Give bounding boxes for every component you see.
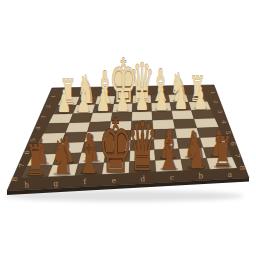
rank-label-right-8: 8 — [238, 166, 247, 171]
chessboard: hgfedcba1122334455667788♜♞♝♛♚♝♞♜♟♟♟♟♟♟♟♟… — [0, 0, 256, 256]
piece-black-knight-g8: ♞ — [51, 129, 74, 185]
piece-white-pawn-a2: ♟ — [193, 80, 207, 116]
piece-black-knight-b8: ♞ — [185, 123, 208, 179]
piece-white-pawn-h2: ♟ — [57, 83, 71, 119]
rank-label-right-7: 7 — [233, 153, 241, 157]
rank-label-left-7: 7 — [18, 163, 26, 167]
rank-label-left-3: 3 — [40, 115, 46, 119]
rank-label-right-1: 1 — [210, 91, 215, 94]
piece-white-pawn-b2: ♟ — [174, 80, 188, 116]
rank-label-right-3: 3 — [217, 110, 223, 114]
product-photo: hgfedcba1122334455667788♜♞♝♛♚♝♞♜♟♟♟♟♟♟♟♟… — [0, 0, 256, 256]
rank-label-left-2: 2 — [45, 105, 51, 108]
piece-black-bishop-c8: ♝ — [156, 119, 181, 182]
piece-black-rook-a8: ♜ — [213, 127, 233, 177]
piece-black-king-e8: ♚ — [98, 103, 133, 190]
piece-white-pawn-g2: ♟ — [76, 83, 90, 119]
rank-label-left-8: 8 — [10, 176, 19, 181]
piece-black-rook-h8: ♜ — [25, 135, 45, 185]
rank-label-right-2: 2 — [213, 100, 219, 103]
piece-black-bishop-f8: ♝ — [76, 123, 101, 186]
rank-label-left-1: 1 — [51, 95, 56, 98]
